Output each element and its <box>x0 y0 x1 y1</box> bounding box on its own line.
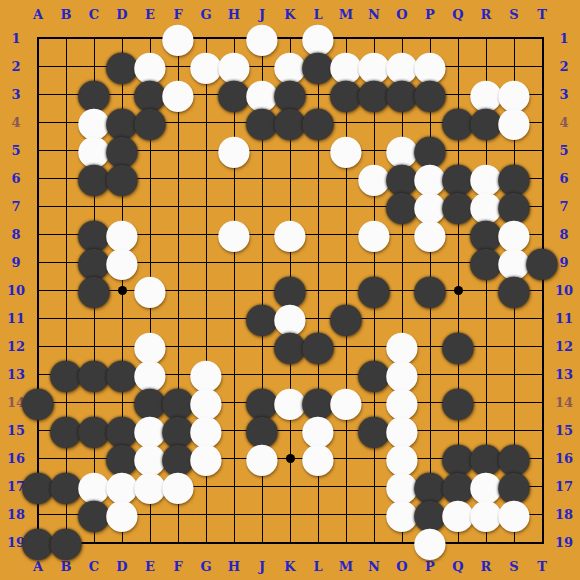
point-A6[interactable] <box>24 164 52 192</box>
point-H6[interactable] <box>220 164 248 192</box>
coord-label-bottom-S: S <box>509 559 518 574</box>
point-Q14: ● <box>444 388 472 416</box>
point-S12[interactable] <box>500 332 528 360</box>
point-A1[interactable] <box>24 24 52 52</box>
coord-label-top-B: B <box>61 7 72 22</box>
coord-label-top-T: T <box>537 7 547 22</box>
point-H12[interactable] <box>220 332 248 360</box>
point-H18[interactable] <box>220 500 248 528</box>
point-M17[interactable] <box>332 472 360 500</box>
coord-label-bottom-N: N <box>368 559 380 574</box>
point-R19[interactable] <box>472 528 500 556</box>
coord-label-right-4: 4 <box>559 115 568 130</box>
point-F11[interactable] <box>164 304 192 332</box>
point-H9[interactable] <box>220 248 248 276</box>
black-stone-B19: ● <box>48 521 84 562</box>
point-K5[interactable] <box>276 136 304 164</box>
point-S10: ● <box>500 276 528 304</box>
point-F3: ● <box>164 80 192 108</box>
coord-label-right-3: 3 <box>559 87 568 102</box>
coord-label-right-2: 2 <box>559 59 568 74</box>
point-N10: ● <box>360 276 388 304</box>
point-T16[interactable] <box>528 444 556 472</box>
point-J17[interactable] <box>248 472 276 500</box>
point-D6: ● <box>108 164 136 192</box>
point-E4: ● <box>136 108 164 136</box>
point-G18[interactable] <box>192 500 220 528</box>
point-T14[interactable] <box>528 388 556 416</box>
point-T10[interactable] <box>528 276 556 304</box>
point-H17[interactable] <box>220 472 248 500</box>
coord-label-left-3: 3 <box>11 87 20 102</box>
point-L16: ● <box>304 444 332 472</box>
coord-label-left-8: 8 <box>11 227 20 242</box>
point-R14[interactable] <box>472 388 500 416</box>
point-R1[interactable] <box>472 24 500 52</box>
coord-label-left-12: 12 <box>7 339 25 354</box>
coord-label-bottom-T: T <box>537 559 547 574</box>
point-S19[interactable] <box>500 528 528 556</box>
point-M16[interactable] <box>332 444 360 472</box>
point-H8: ● <box>220 220 248 248</box>
point-Q19[interactable] <box>444 528 472 556</box>
coord-label-left-6: 6 <box>11 171 20 186</box>
point-T5[interactable] <box>528 136 556 164</box>
point-F18[interactable] <box>164 500 192 528</box>
coord-label-top-G: G <box>200 7 211 22</box>
point-K18[interactable] <box>276 500 304 528</box>
point-S18: ● <box>500 500 528 528</box>
point-S14[interactable] <box>500 388 528 416</box>
coord-label-top-E: E <box>145 7 155 22</box>
point-L17[interactable] <box>304 472 332 500</box>
point-K6[interactable] <box>276 164 304 192</box>
point-A11[interactable] <box>24 304 52 332</box>
point-A7[interactable] <box>24 192 52 220</box>
point-A3[interactable] <box>24 80 52 108</box>
point-L19[interactable] <box>304 528 332 556</box>
coord-label-bottom-K: K <box>284 559 295 574</box>
coord-label-bottom-F: F <box>173 559 182 574</box>
point-J6[interactable] <box>248 164 276 192</box>
point-C11[interactable] <box>80 304 108 332</box>
point-T15[interactable] <box>528 416 556 444</box>
point-G17[interactable] <box>192 472 220 500</box>
coord-label-right-5: 5 <box>559 143 568 158</box>
point-P19: ● <box>416 528 444 556</box>
point-D19[interactable] <box>108 528 136 556</box>
point-G19[interactable] <box>192 528 220 556</box>
point-E19[interactable] <box>136 528 164 556</box>
point-S13[interactable] <box>500 360 528 388</box>
point-C10: ● <box>80 276 108 304</box>
point-T3[interactable] <box>528 80 556 108</box>
point-J5[interactable] <box>248 136 276 164</box>
point-S4: ● <box>500 108 528 136</box>
point-L9[interactable] <box>304 248 332 276</box>
coord-label-bottom-Q: Q <box>452 559 463 574</box>
coord-label-bottom-L: L <box>313 559 322 574</box>
point-L12: ● <box>304 332 332 360</box>
point-E18[interactable] <box>136 500 164 528</box>
coord-label-right-10: 10 <box>555 283 573 298</box>
point-T4[interactable] <box>528 108 556 136</box>
coord-label-right-8: 8 <box>559 227 568 242</box>
coord-label-right-12: 12 <box>555 339 573 354</box>
coord-label-bottom-M: M <box>339 559 353 574</box>
coord-label-top-R: R <box>481 7 492 22</box>
point-G16: ● <box>192 444 220 472</box>
coord-label-right-19: 19 <box>555 535 573 550</box>
point-L6[interactable] <box>304 164 332 192</box>
point-Q10[interactable] <box>444 276 472 304</box>
coord-label-bottom-D: D <box>116 559 127 574</box>
coord-label-left-4: 4 <box>11 115 20 130</box>
coord-label-left-1: 1 <box>11 31 20 46</box>
coord-label-right-14: 14 <box>555 395 573 410</box>
point-G10[interactable] <box>192 276 220 304</box>
point-J16: ● <box>248 444 276 472</box>
coord-label-top-K: K <box>284 7 295 22</box>
point-T13[interactable] <box>528 360 556 388</box>
point-T17[interactable] <box>528 472 556 500</box>
point-T11[interactable] <box>528 304 556 332</box>
point-A8[interactable] <box>24 220 52 248</box>
point-Q1[interactable] <box>444 24 472 52</box>
white-stone-P19: ● <box>412 521 448 562</box>
point-A4[interactable] <box>24 108 52 136</box>
point-G6[interactable] <box>192 164 220 192</box>
coord-label-right-13: 13 <box>555 367 573 382</box>
coord-label-left-9: 9 <box>11 255 20 270</box>
coord-label-top-C: C <box>89 7 99 22</box>
point-A5[interactable] <box>24 136 52 164</box>
point-H19[interactable] <box>220 528 248 556</box>
point-K17[interactable] <box>276 472 304 500</box>
coord-label-top-O: O <box>396 7 407 22</box>
point-M18[interactable] <box>332 500 360 528</box>
point-L8[interactable] <box>304 220 332 248</box>
go-board-app: AABBCCDDEEFFGGHHJJKKLLMMNNOOPPQQRRSSTT11… <box>0 0 580 580</box>
point-F4[interactable] <box>164 108 192 136</box>
point-M19[interactable] <box>332 528 360 556</box>
point-F9[interactable] <box>164 248 192 276</box>
point-T18[interactable] <box>528 500 556 528</box>
point-B11[interactable] <box>52 304 80 332</box>
point-J19[interactable] <box>248 528 276 556</box>
coord-label-top-S: S <box>509 7 518 22</box>
point-L7[interactable] <box>304 192 332 220</box>
coord-label-left-11: 11 <box>7 311 25 326</box>
point-B19: ● <box>52 528 80 556</box>
coord-label-right-17: 17 <box>555 479 573 494</box>
point-F17: ● <box>164 472 192 500</box>
coord-label-left-10: 10 <box>7 283 25 298</box>
point-M11: ● <box>332 304 360 332</box>
point-F6[interactable] <box>164 164 192 192</box>
point-E6[interactable] <box>136 164 164 192</box>
point-C19[interactable] <box>80 528 108 556</box>
point-D18: ● <box>108 500 136 528</box>
point-A10[interactable] <box>24 276 52 304</box>
point-F7[interactable] <box>164 192 192 220</box>
coord-label-right-16: 16 <box>555 451 573 466</box>
point-E5[interactable] <box>136 136 164 164</box>
point-N8: ● <box>360 220 388 248</box>
point-T7[interactable] <box>528 192 556 220</box>
point-N19[interactable] <box>360 528 388 556</box>
coord-label-top-Q: Q <box>452 7 463 22</box>
coord-label-right-6: 6 <box>559 171 568 186</box>
coord-label-bottom-G: G <box>200 559 211 574</box>
coord-label-bottom-J: J <box>259 559 265 574</box>
coord-label-right-1: 1 <box>559 31 568 46</box>
point-B1[interactable] <box>52 24 80 52</box>
coord-label-left-5: 5 <box>11 143 20 158</box>
point-E10: ● <box>136 276 164 304</box>
point-A2[interactable] <box>24 52 52 80</box>
coord-label-top-D: D <box>116 7 127 22</box>
point-K19[interactable] <box>276 528 304 556</box>
point-T12[interactable] <box>528 332 556 360</box>
coord-label-top-H: H <box>228 7 240 22</box>
point-R13[interactable] <box>472 360 500 388</box>
point-G9[interactable] <box>192 248 220 276</box>
point-T9: ● <box>528 248 556 276</box>
point-E7[interactable] <box>136 192 164 220</box>
point-T1[interactable] <box>528 24 556 52</box>
coord-label-bottom-O: O <box>396 559 407 574</box>
coord-label-right-18: 18 <box>555 507 573 522</box>
point-J18[interactable] <box>248 500 276 528</box>
point-A9[interactable] <box>24 248 52 276</box>
point-R11[interactable] <box>472 304 500 332</box>
coord-label-right-11: 11 <box>555 311 573 326</box>
point-G11[interactable] <box>192 304 220 332</box>
point-K8: ● <box>276 220 304 248</box>
coord-label-top-N: N <box>368 7 380 22</box>
point-F10[interactable] <box>164 276 192 304</box>
point-L18[interactable] <box>304 500 332 528</box>
coord-label-bottom-R: R <box>481 559 492 574</box>
point-P8: ● <box>416 220 444 248</box>
coord-label-left-15: 15 <box>7 423 25 438</box>
coord-label-right-7: 7 <box>559 199 568 214</box>
point-F19[interactable] <box>164 528 192 556</box>
coord-label-top-P: P <box>425 7 435 22</box>
point-P10: ● <box>416 276 444 304</box>
point-H5: ● <box>220 136 248 164</box>
coord-label-right-9: 9 <box>559 255 568 270</box>
point-R12[interactable] <box>472 332 500 360</box>
coord-label-right-15: 15 <box>555 423 573 438</box>
coord-label-bottom-E: E <box>145 559 155 574</box>
coord-label-left-7: 7 <box>11 199 20 214</box>
point-S11[interactable] <box>500 304 528 332</box>
point-T2[interactable] <box>528 52 556 80</box>
coord-label-left-2: 2 <box>11 59 20 74</box>
coord-label-top-A: A <box>33 7 43 22</box>
point-Q12: ● <box>444 332 472 360</box>
point-S1[interactable] <box>500 24 528 52</box>
point-E8[interactable] <box>136 220 164 248</box>
point-T19[interactable] <box>528 528 556 556</box>
coord-label-bottom-C: C <box>89 559 99 574</box>
point-F8[interactable] <box>164 220 192 248</box>
coord-label-top-M: M <box>339 7 353 22</box>
point-T6[interactable] <box>528 164 556 192</box>
point-F5[interactable] <box>164 136 192 164</box>
coord-label-bottom-H: H <box>228 559 240 574</box>
